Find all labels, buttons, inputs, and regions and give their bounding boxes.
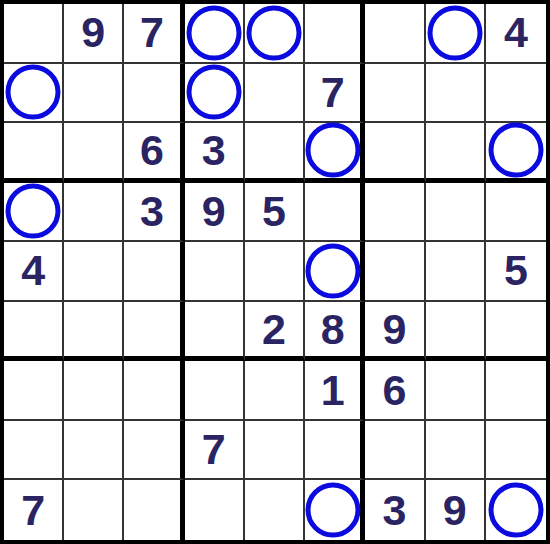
cell-r1c6[interactable] [305,4,365,64]
circle-mark [246,5,301,60]
given-digit: 9 [382,308,406,351]
cell-r5c9[interactable]: 5 [486,242,546,302]
cell-r9c9[interactable] [486,480,546,540]
cell-r2c9[interactable] [486,64,546,124]
circle-mark [6,65,61,120]
cell-r5c5[interactable] [245,242,305,302]
cell-r5c2[interactable] [64,242,124,302]
cell-r1c9[interactable]: 4 [486,4,546,64]
cell-r9c8[interactable]: 9 [426,480,486,540]
cell-r7c2[interactable] [64,361,124,421]
given-digit: 3 [140,190,164,233]
cell-r8c9[interactable] [486,421,546,481]
cell-r6c8[interactable] [426,302,486,362]
circle-mark [305,483,360,538]
circle-mark [305,123,360,178]
cell-r5c3[interactable] [124,242,184,302]
circle-mark [305,243,360,298]
cell-r8c6[interactable] [305,421,365,481]
cell-r4c7[interactable] [365,183,425,243]
cell-r8c3[interactable] [124,421,184,481]
cell-r8c5[interactable] [245,421,305,481]
cell-r4c1[interactable] [4,183,64,243]
cell-r6c7[interactable]: 9 [365,302,425,362]
cell-r7c7[interactable]: 6 [365,361,425,421]
circle-mark [488,123,543,178]
cell-r4c8[interactable] [426,183,486,243]
cell-r8c4[interactable]: 7 [185,421,245,481]
cell-r2c5[interactable] [245,64,305,124]
cell-r2c4[interactable] [185,64,245,124]
cell-r3c1[interactable] [4,123,64,183]
cell-r7c3[interactable] [124,361,184,421]
cell-r6c9[interactable] [486,302,546,362]
given-digit: 7 [140,11,164,54]
given-digit: 7 [202,428,226,471]
cell-r4c6[interactable] [305,183,365,243]
cell-r1c2[interactable]: 9 [64,4,124,64]
cell-r3c7[interactable] [365,123,425,183]
given-digit: 7 [321,71,345,114]
cell-r2c2[interactable] [64,64,124,124]
cell-r1c7[interactable] [365,4,425,64]
cell-r8c2[interactable] [64,421,124,481]
cell-r1c1[interactable] [4,4,64,64]
cell-r2c1[interactable] [4,64,64,124]
cell-r5c7[interactable] [365,242,425,302]
cell-r1c5[interactable] [245,4,305,64]
cell-r5c8[interactable] [426,242,486,302]
cell-r7c4[interactable] [185,361,245,421]
given-digit: 6 [382,369,406,412]
cell-r3c5[interactable] [245,123,305,183]
cell-r9c2[interactable] [64,480,124,540]
given-digit: 3 [202,129,226,172]
cell-r3c3[interactable]: 6 [124,123,184,183]
cell-r3c6[interactable] [305,123,365,183]
cell-r6c4[interactable] [185,302,245,362]
given-digit: 9 [81,11,105,54]
cell-r8c8[interactable] [426,421,486,481]
cell-r7c8[interactable] [426,361,486,421]
cell-r4c2[interactable] [64,183,124,243]
cell-r9c4[interactable] [185,480,245,540]
cell-r1c8[interactable] [426,4,486,64]
cell-r3c2[interactable] [64,123,124,183]
cell-r9c3[interactable] [124,480,184,540]
cell-r9c1[interactable]: 7 [4,480,64,540]
given-digit: 9 [202,190,226,233]
given-digit: 3 [382,489,406,532]
cell-r6c1[interactable] [4,302,64,362]
given-digit: 8 [321,308,345,351]
cell-r6c5[interactable]: 2 [245,302,305,362]
cell-r4c4[interactable]: 9 [185,183,245,243]
cell-r4c9[interactable] [486,183,546,243]
cell-r6c3[interactable] [124,302,184,362]
cell-r5c1[interactable]: 4 [4,242,64,302]
given-digit: 5 [262,190,286,233]
circle-mark [186,65,241,120]
given-digit: 5 [504,249,528,292]
given-digit: 7 [21,489,45,532]
cell-r8c7[interactable] [365,421,425,481]
circle-mark [6,184,61,239]
circle-mark [488,483,543,538]
cell-r7c5[interactable] [245,361,305,421]
cell-r2c6[interactable]: 7 [305,64,365,124]
cell-r7c6[interactable]: 1 [305,361,365,421]
circle-mark [186,5,241,60]
given-digit: 1 [321,369,345,412]
cell-r6c2[interactable] [64,302,124,362]
given-digit: 4 [504,11,528,54]
cell-r8c1[interactable] [4,421,64,481]
cell-r7c9[interactable] [486,361,546,421]
cell-r3c8[interactable] [426,123,486,183]
cell-r1c3[interactable]: 7 [124,4,184,64]
cell-r4c3[interactable]: 3 [124,183,184,243]
cell-r2c8[interactable] [426,64,486,124]
circle-mark [427,5,482,60]
cell-r9c5[interactable] [245,480,305,540]
given-digit: 4 [21,249,45,292]
cell-r5c6[interactable] [305,242,365,302]
cell-r2c7[interactable] [365,64,425,124]
cell-r7c1[interactable] [4,361,64,421]
given-digit: 2 [262,308,286,351]
cell-r9c6[interactable] [305,480,365,540]
cell-r1c4[interactable] [185,4,245,64]
given-digit: 9 [443,489,467,532]
cell-r3c9[interactable] [486,123,546,183]
cell-r3c4[interactable]: 3 [185,123,245,183]
cell-r6c6[interactable]: 8 [305,302,365,362]
given-digit: 6 [140,129,164,172]
cell-r5c4[interactable] [185,242,245,302]
cell-r9c7[interactable]: 3 [365,480,425,540]
cell-r2c3[interactable] [124,64,184,124]
sudoku-board: 97476339545289167739 [0,0,550,544]
cell-r4c5[interactable]: 5 [245,183,305,243]
